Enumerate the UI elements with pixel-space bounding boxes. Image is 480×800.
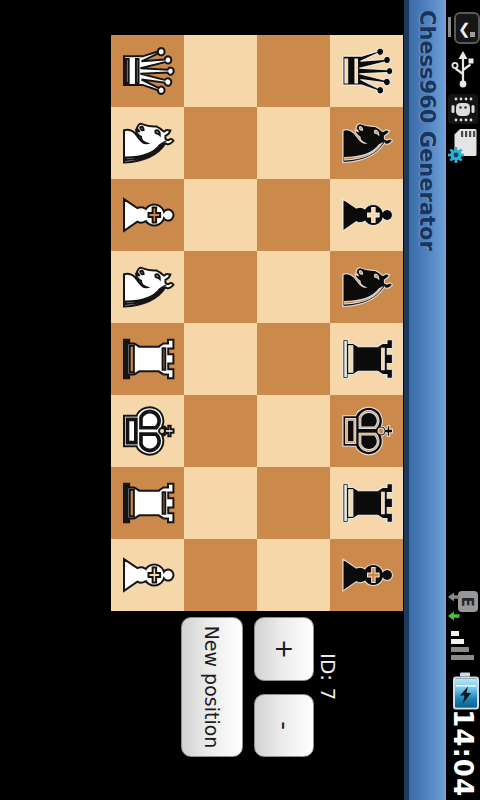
decrement-id-button[interactable]: - [254,694,314,757]
board-square [184,467,257,539]
white-rook: ♜ [111,329,184,390]
board-square [257,539,330,611]
board-square: ♜ [111,467,184,539]
board-square [257,251,330,323]
white-knight: ♞ [111,257,184,318]
app-title: Chess960 Generator [415,0,439,251]
white-bishop: ♝ [111,545,184,606]
board-square: ♚ [330,395,403,467]
board-square [257,35,330,107]
board-square: ♜ [330,323,403,395]
board-square [257,395,330,467]
edge-letter: E [458,597,476,607]
board-square [184,323,257,395]
black-rook: ♜ [330,329,403,390]
notification-icons: ❮ [448,8,478,163]
board-square: ♝ [330,179,403,251]
white-rook: ♜ [111,473,184,534]
landscape-screen: ❮ [0,0,480,800]
board-square [257,107,330,179]
increment-id-button[interactable]: + [254,617,314,681]
black-bishop: ♝ [330,545,403,606]
black-queen: ♛ [330,41,403,102]
board-square [257,323,330,395]
board-square: ♞ [111,107,184,179]
board-square: ♝ [111,179,184,251]
chess-board: ♛♞♝♞♜♚♜♝♛♞♝♞♜♚♜♝ [111,35,403,611]
board-square: ♝ [330,539,403,611]
black-knight: ♞ [330,257,403,318]
white-king: ♚ [111,401,184,462]
new-position-button[interactable]: New position [181,617,243,757]
title-bar: Chess960 Generator [404,0,446,800]
chevron-box-icon: ❮ [448,8,478,46]
board-square [184,251,257,323]
board-square: ♞ [330,107,403,179]
battery-charging-icon [450,669,476,706]
board-square: ♞ [330,251,403,323]
board-square: ♛ [330,35,403,107]
board-square [184,539,257,611]
board-square: ♚ [111,395,184,467]
board-square: ♜ [111,323,184,395]
board-square [257,179,330,251]
board-square: ♛ [111,35,184,107]
board-square [184,395,257,467]
board-square: ♝ [111,539,184,611]
status-bar: ❮ [446,0,480,800]
system-status-icons: E [446,590,480,797]
position-id-label: ID: 7 [316,653,340,700]
board-square [257,467,330,539]
black-rook: ♜ [330,473,403,534]
white-queen: ♛ [111,41,184,102]
sd-card-preparing-gear-icon [448,127,478,163]
black-king: ♚ [330,401,403,462]
edge-data-traffic-icon: E [447,590,479,624]
status-clock: 14:04 [446,709,480,797]
white-knight: ♞ [111,113,184,174]
usb-connected-icon [450,49,476,90]
board-square: ♞ [111,251,184,323]
signal-strength-icon [449,628,477,662]
board-square [184,179,257,251]
black-knight: ♞ [330,113,403,174]
board-square [184,35,257,107]
board-square: ♜ [330,467,403,539]
app-content: ♛♞♝♞♜♚♜♝♛♞♝♞♜♚♜♝ ID: 7 + - New position [0,0,404,800]
white-bishop: ♝ [111,185,184,246]
black-bishop: ♝ [330,185,403,246]
board-square [184,107,257,179]
usb-debugging-android-icon [448,92,478,125]
